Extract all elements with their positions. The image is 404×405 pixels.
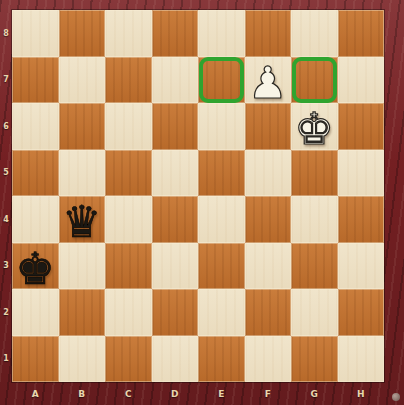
square-f4[interactable]	[245, 196, 292, 243]
square-f3[interactable]	[245, 243, 292, 290]
square-a1[interactable]	[12, 336, 59, 383]
black-queen[interactable]: ♛	[59, 199, 106, 246]
square-f1[interactable]	[245, 336, 292, 383]
file-label-a: A	[12, 382, 59, 405]
square-a5[interactable]	[12, 150, 59, 197]
square-g6[interactable]: ♚	[291, 103, 338, 150]
file-label-b: B	[59, 382, 106, 405]
square-h6[interactable]	[338, 103, 385, 150]
square-f7[interactable]: ♟	[245, 57, 292, 104]
logo-dot	[392, 393, 400, 401]
square-g1[interactable]	[291, 336, 338, 383]
square-c6[interactable]	[105, 103, 152, 150]
square-c2[interactable]	[105, 289, 152, 336]
square-e3[interactable]	[198, 243, 245, 290]
square-b1[interactable]	[59, 336, 106, 383]
square-b4[interactable]: ♛	[59, 196, 106, 243]
square-e8[interactable]	[198, 10, 245, 57]
square-d6[interactable]	[152, 103, 199, 150]
square-e4[interactable]	[198, 196, 245, 243]
square-g8[interactable]	[291, 10, 338, 57]
square-d7[interactable]	[152, 57, 199, 104]
chess-board-frame: ♟♚♛♚ 87654321ABCDEFGH	[0, 0, 404, 405]
square-c4[interactable]	[105, 196, 152, 243]
highlight-g7	[292, 57, 338, 103]
square-c7[interactable]	[105, 57, 152, 104]
square-f8[interactable]	[245, 10, 292, 57]
square-a3[interactable]: ♚	[12, 243, 59, 290]
square-g3[interactable]	[291, 243, 338, 290]
square-b6[interactable]	[59, 103, 106, 150]
square-c8[interactable]	[105, 10, 152, 57]
square-b3[interactable]	[59, 243, 106, 290]
square-e6[interactable]	[198, 103, 245, 150]
square-e7[interactable]	[198, 57, 245, 104]
file-label-e: E	[198, 382, 245, 405]
square-e2[interactable]	[198, 289, 245, 336]
file-label-d: D	[152, 382, 199, 405]
square-g7[interactable]	[291, 57, 338, 104]
square-c3[interactable]	[105, 243, 152, 290]
white-king[interactable]: ♚	[291, 106, 338, 153]
square-g5[interactable]	[291, 150, 338, 197]
black-king[interactable]: ♚	[12, 246, 59, 293]
square-h1[interactable]	[338, 336, 385, 383]
square-e5[interactable]	[198, 150, 245, 197]
square-h3[interactable]	[338, 243, 385, 290]
square-f2[interactable]	[245, 289, 292, 336]
rank-label-6: 6	[0, 103, 12, 150]
file-label-h: H	[338, 382, 385, 405]
square-b7[interactable]	[59, 57, 106, 104]
square-d5[interactable]	[152, 150, 199, 197]
square-g2[interactable]	[291, 289, 338, 336]
square-f6[interactable]	[245, 103, 292, 150]
rank-label-8: 8	[0, 10, 12, 57]
rank-label-2: 2	[0, 289, 12, 336]
rank-label-4: 4	[0, 196, 12, 243]
highlight-e7	[199, 57, 245, 103]
square-f5[interactable]	[245, 150, 292, 197]
square-c5[interactable]	[105, 150, 152, 197]
square-d1[interactable]	[152, 336, 199, 383]
square-d3[interactable]	[152, 243, 199, 290]
chess-board: ♟♚♛♚	[12, 10, 384, 382]
white-pawn[interactable]: ♟	[245, 60, 292, 107]
square-b8[interactable]	[59, 10, 106, 57]
square-b2[interactable]	[59, 289, 106, 336]
square-h4[interactable]	[338, 196, 385, 243]
square-a7[interactable]	[12, 57, 59, 104]
square-d2[interactable]	[152, 289, 199, 336]
square-a6[interactable]	[12, 103, 59, 150]
square-e1[interactable]	[198, 336, 245, 383]
square-d4[interactable]	[152, 196, 199, 243]
file-label-c: C	[105, 382, 152, 405]
square-a8[interactable]	[12, 10, 59, 57]
square-d8[interactable]	[152, 10, 199, 57]
square-h8[interactable]	[338, 10, 385, 57]
square-a4[interactable]	[12, 196, 59, 243]
rank-label-1: 1	[0, 336, 12, 383]
square-a2[interactable]	[12, 289, 59, 336]
file-label-g: G	[291, 382, 338, 405]
square-c1[interactable]	[105, 336, 152, 383]
square-h5[interactable]	[338, 150, 385, 197]
rank-label-7: 7	[0, 57, 12, 104]
rank-label-3: 3	[0, 243, 12, 290]
square-b5[interactable]	[59, 150, 106, 197]
square-h7[interactable]	[338, 57, 385, 104]
file-label-f: F	[245, 382, 292, 405]
rank-label-5: 5	[0, 150, 12, 197]
square-h2[interactable]	[338, 289, 385, 336]
square-g4[interactable]	[291, 196, 338, 243]
